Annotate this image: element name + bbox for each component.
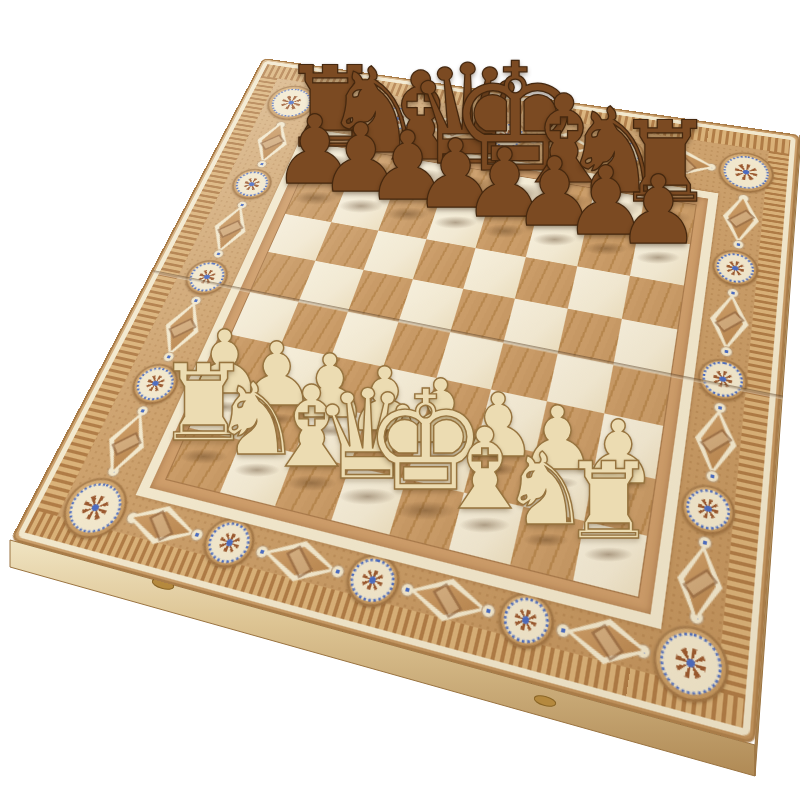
piece-black-pawn-h7[interactable]: ♟ — [611, 163, 706, 258]
product-photo-stage: ♜♞♝♛♚♝♞♜♟♟♟♟♟♟♟♟♟♟♟♟♟♟♟♟♜♞♝♛♚♝♞♜ — [0, 0, 800, 800]
piece-white-rook-h1[interactable]: ♜ — [555, 449, 661, 555]
pieces-layer: ♜♞♝♛♚♝♞♜♟♟♟♟♟♟♟♟♟♟♟♟♟♟♟♟♜♞♝♛♚♝♞♜ — [0, 0, 800, 800]
